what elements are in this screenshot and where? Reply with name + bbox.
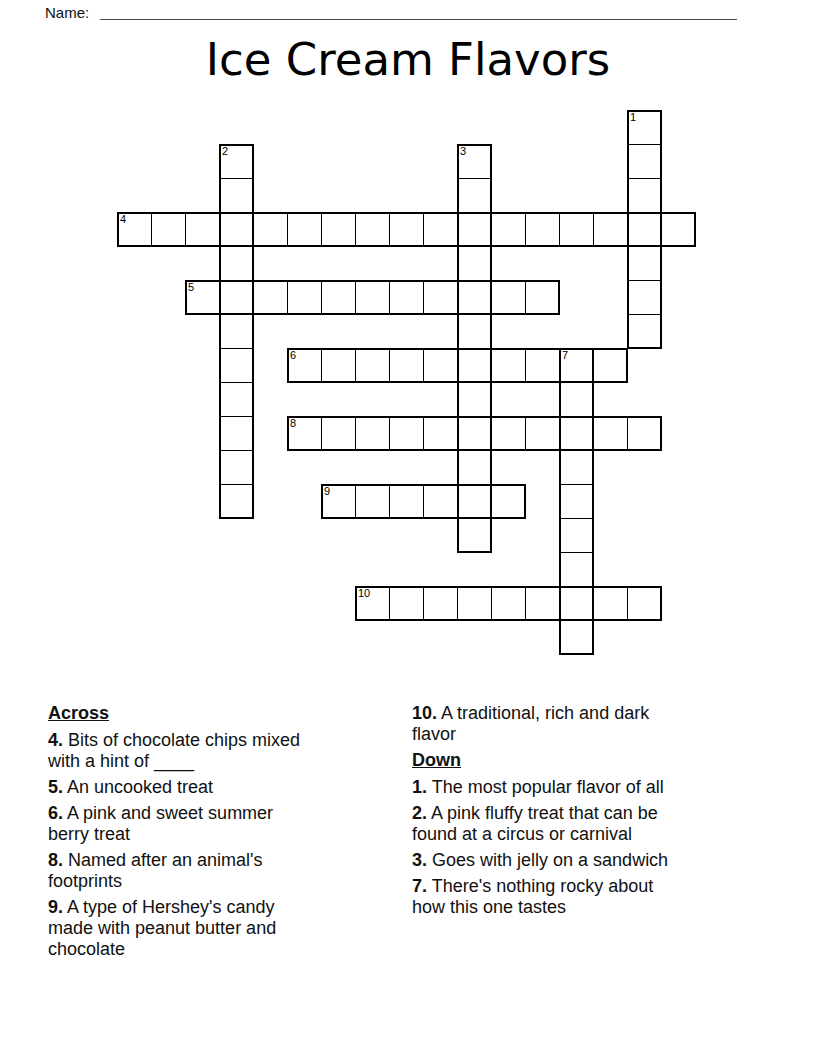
grid-cell: [491, 416, 526, 451]
grid-cell: [219, 280, 254, 315]
grid-cell: [627, 178, 662, 213]
grid-cell: [287, 280, 322, 315]
grid-cell: [525, 212, 560, 247]
down-heading: Down: [412, 750, 744, 771]
name-label: Name:: [45, 4, 89, 21]
grid-cell: 4: [117, 212, 152, 247]
clue-number-label: 2.: [412, 803, 427, 823]
grid-cell: [457, 178, 492, 213]
grid-cell: [559, 586, 594, 621]
grid-cell: [457, 348, 492, 383]
grid-cell: [457, 280, 492, 315]
clue-number: 4: [120, 213, 126, 225]
clue-4: 4. Bits of chocolate chips mixed with a …: [48, 730, 370, 772]
grid-cell: [355, 484, 390, 519]
grid-cell: [151, 212, 186, 247]
grid-cell: 1: [627, 110, 662, 145]
grid-cell: [457, 246, 492, 281]
grid-cell: [559, 450, 594, 485]
grid-cell: [423, 484, 458, 519]
clue-number: 7: [562, 349, 568, 361]
grid-cell: [355, 212, 390, 247]
grid-cell: [661, 212, 696, 247]
clue-text: 3. Goes with jelly on a sandwich: [412, 850, 668, 870]
clue-number-label: 8.: [48, 850, 63, 870]
grid-cell: [389, 212, 424, 247]
grid-cell: [219, 450, 254, 485]
grid-cell: [559, 416, 594, 451]
grid-cell: [627, 586, 662, 621]
grid-cell: 5: [185, 280, 220, 315]
grid-cell: [559, 212, 594, 247]
clue-number: 2: [222, 145, 228, 157]
clue-number-label: 4.: [48, 730, 63, 750]
grid-cell: [559, 552, 594, 587]
clue-number: 5: [188, 281, 194, 293]
grid-cell: [593, 416, 628, 451]
grid-cell: [627, 416, 662, 451]
grid-cell: [219, 484, 254, 519]
clue-number-label: 3.: [412, 850, 427, 870]
grid-cell: [219, 178, 254, 213]
grid-cell: [423, 416, 458, 451]
grid-cell: [627, 314, 662, 349]
grid-cell: [559, 620, 594, 655]
grid-cell: 7: [559, 348, 594, 383]
grid-cell: [321, 348, 356, 383]
grid-cell: [525, 416, 560, 451]
grid-cell: [389, 348, 424, 383]
across-heading: Across: [48, 703, 370, 724]
clue-text: 4. Bits of chocolate chips mixed with a …: [48, 730, 300, 771]
grid-cell: [627, 246, 662, 281]
clue-number: 10: [358, 587, 370, 599]
grid-cell: [219, 416, 254, 451]
grid-cell: [457, 382, 492, 417]
grid-cell: [287, 212, 322, 247]
down-clues: 1. The most popular flavor of all2. A pi…: [412, 777, 744, 918]
grid-cell: [185, 212, 220, 247]
clue-number-label: 6.: [48, 803, 63, 823]
grid-cell: [389, 484, 424, 519]
grid-cell: 6: [287, 348, 322, 383]
grid-cell: [491, 348, 526, 383]
grid-cell: [321, 212, 356, 247]
clue-number-label: 9.: [48, 897, 63, 917]
grid-cell: [491, 280, 526, 315]
clue-text: 5. An uncooked treat: [48, 777, 213, 797]
clue-number: 3: [460, 145, 466, 157]
clue-number: 9: [324, 485, 330, 497]
grid-cell: [457, 484, 492, 519]
clue-2: 2. A pink fluffy treat that can be found…: [412, 803, 744, 845]
grid-cell: [593, 348, 628, 383]
clue-8: 8. Named after an animal's footprints: [48, 850, 370, 892]
grid-cell: [253, 280, 288, 315]
clue-6: 6. A pink and sweet summer berry treat: [48, 803, 370, 845]
grid-cell: 3: [457, 144, 492, 179]
grid-cell: [491, 586, 526, 621]
grid-cell: [389, 280, 424, 315]
grid-cell: [525, 586, 560, 621]
grid-cell: [593, 586, 628, 621]
name-blank-line: [100, 5, 737, 20]
grid-cell: [627, 212, 662, 247]
grid-cell: [525, 280, 560, 315]
clue-text: 9. A type of Hershey's candy made with p…: [48, 897, 276, 959]
clue-number-label: 1.: [412, 777, 427, 797]
clue-10: 10. A traditional, rich and dark flavor: [412, 703, 744, 745]
grid-cell: [457, 416, 492, 451]
clue-text: 8. Named after an animal's footprints: [48, 850, 263, 891]
grid-cell: [355, 416, 390, 451]
grid-cell: [389, 586, 424, 621]
grid-cell: [355, 348, 390, 383]
clue-number: 1: [630, 111, 636, 123]
grid-cell: [457, 212, 492, 247]
clue-text: 7. There's nothing rocky about how this …: [412, 876, 653, 917]
grid-cell: [559, 484, 594, 519]
clue-text: 6. A pink and sweet summer berry treat: [48, 803, 273, 844]
clue-1: 1. The most popular flavor of all: [412, 777, 744, 798]
grid-cell: [559, 382, 594, 417]
clue-number-label: 7.: [412, 876, 427, 896]
grid-cell: 2: [219, 144, 254, 179]
clue-text: 2. A pink fluffy treat that can be found…: [412, 803, 658, 844]
grid-cell: [525, 348, 560, 383]
grid-cell: [457, 314, 492, 349]
grid-cell: [321, 280, 356, 315]
clue-number: 6: [290, 349, 296, 361]
grid-cell: [491, 484, 526, 519]
clues-column-left: Across 4. Bits of chocolate chips mixed …: [48, 703, 370, 965]
grid-cell: [457, 450, 492, 485]
grid-cell: [627, 144, 662, 179]
grid-cell: [219, 314, 254, 349]
grid-cell: [219, 246, 254, 281]
grid-cell: [253, 212, 288, 247]
grid-cell: [423, 348, 458, 383]
clue-5: 5. An uncooked treat: [48, 777, 370, 798]
clues-column-right: 10. A traditional, rich and dark flavor …: [412, 703, 744, 923]
clue-3: 3. Goes with jelly on a sandwich: [412, 850, 744, 871]
clue-text: 1. The most popular flavor of all: [412, 777, 664, 797]
grid-cell: 10: [355, 586, 390, 621]
grid-cell: [593, 212, 628, 247]
grid-cell: 9: [321, 484, 356, 519]
puzzle-title: Ice Cream Flavors: [0, 33, 816, 86]
grid-cell: 8: [287, 416, 322, 451]
clue-number-label: 10.: [412, 703, 437, 723]
clue-9: 9. A type of Hershey's candy made with p…: [48, 897, 370, 960]
clue-number: 8: [290, 417, 296, 429]
grid-cell: [627, 280, 662, 315]
across-clues-overflow: 10. A traditional, rich and dark flavor: [412, 703, 744, 745]
grid-cell: [457, 518, 492, 553]
crossword-grid: 12345678910: [117, 110, 696, 655]
grid-cell: [423, 280, 458, 315]
grid-cell: [321, 416, 356, 451]
clue-text: 10. A traditional, rich and dark flavor: [412, 703, 649, 744]
across-clues: 4. Bits of chocolate chips mixed with a …: [48, 730, 370, 960]
grid-cell: [219, 382, 254, 417]
clue-7: 7. There's nothing rocky about how this …: [412, 876, 744, 918]
grid-cell: [559, 518, 594, 553]
clue-number-label: 5.: [48, 777, 63, 797]
grid-cell: [423, 586, 458, 621]
grid-cell: [491, 212, 526, 247]
grid-cell: [355, 280, 390, 315]
grid-cell: [219, 348, 254, 383]
grid-cell: [423, 212, 458, 247]
grid-cell: [457, 586, 492, 621]
grid-cell: [219, 212, 254, 247]
grid-cell: [389, 416, 424, 451]
